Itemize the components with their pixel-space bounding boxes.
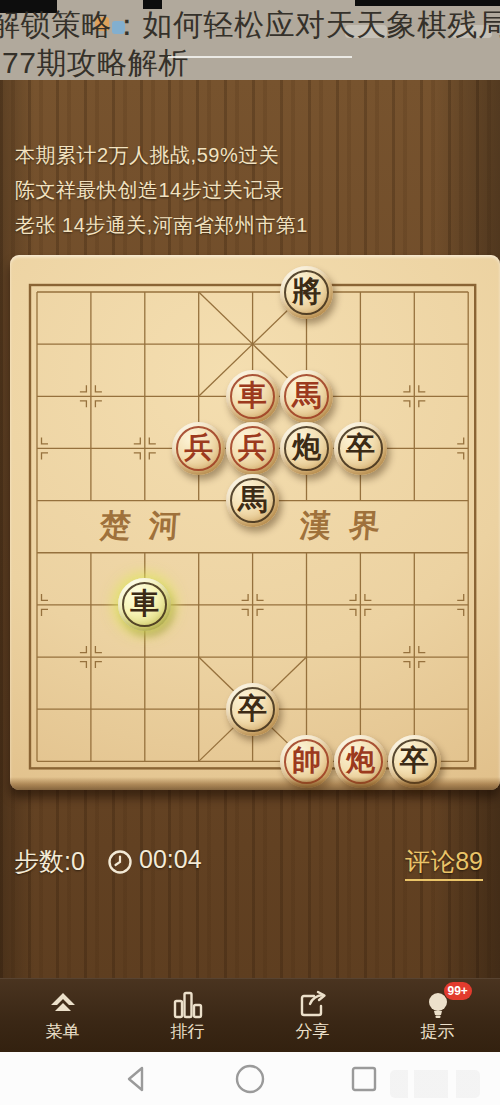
piece-character: 馬: [238, 485, 267, 514]
board-piece-black-8[interactable]: 車: [118, 578, 171, 631]
board-piece-red-1[interactable]: 車: [226, 370, 279, 423]
menu-arrow-icon: [46, 990, 80, 1020]
xiangqi-board-pieces: 將車馬兵兵炮卒馬車卒帥炮卒: [10, 255, 500, 790]
board-piece-red-11[interactable]: 炮: [334, 735, 387, 788]
piece-character: 炮: [292, 433, 321, 462]
page-title-line2: 77期攻略解析: [2, 43, 189, 84]
piece-character: 兵: [238, 433, 267, 462]
nav-label: 菜单: [46, 1023, 80, 1040]
move-counter: 步数:0: [14, 845, 85, 878]
board-piece-red-10[interactable]: 帥: [280, 735, 333, 788]
nav-label: 排行: [171, 1023, 205, 1040]
piece-character: 車: [238, 381, 267, 410]
piece-character: 炮: [346, 746, 375, 775]
board-piece-red-2[interactable]: 馬: [280, 370, 333, 423]
app-screen: 解锁策略：如何轻松应对天天象棋残局挑战第 77期攻略解析 本期累计2万人挑战,5…: [0, 0, 500, 1105]
board-piece-black-5[interactable]: 炮: [280, 422, 333, 475]
comments-link[interactable]: 评论89: [405, 845, 483, 881]
title-underline: [168, 56, 352, 58]
nav-label: 分享: [296, 1023, 330, 1040]
piece-character: 卒: [400, 746, 429, 775]
nav-item-hint[interactable]: 提示 99+: [375, 978, 500, 1052]
piece-character: 帥: [292, 746, 321, 775]
piece-character: 車: [130, 589, 159, 618]
piece-character: 卒: [238, 694, 267, 723]
nav-item-menu[interactable]: 菜单: [0, 978, 125, 1052]
board-piece-black-9[interactable]: 卒: [226, 683, 279, 736]
leaderboard-line: 老张 14步通关,河南省郑州市第1: [15, 212, 308, 239]
challenge-stats-line: 本期累计2万人挑战,59%过关: [15, 142, 279, 169]
piece-character: 將: [292, 277, 321, 306]
record-holder-line: 陈文祥最快创造14步过关记录: [15, 177, 284, 204]
board-piece-black-7[interactable]: 馬: [226, 474, 279, 527]
share-icon: [297, 990, 329, 1020]
board-piece-black-0[interactable]: 將: [280, 266, 333, 319]
piece-character: 卒: [346, 433, 375, 462]
board-piece-red-3[interactable]: 兵: [172, 422, 225, 475]
clock-icon: [107, 849, 133, 879]
nav-item-ranking[interactable]: 排行: [125, 978, 250, 1052]
board-piece-red-4[interactable]: 兵: [226, 422, 279, 475]
page-title-area: 解锁策略：如何轻松应对天天象棋残局挑战第 77期攻略解析: [0, 0, 500, 80]
android-recents-button[interactable]: [344, 1059, 384, 1099]
hint-count-badge: 99+: [444, 982, 472, 1000]
bottom-nav-bar: 菜单 排行 分享: [0, 978, 500, 1052]
android-back-button[interactable]: [116, 1059, 156, 1099]
piece-character: 兵: [184, 433, 213, 462]
nav-item-share[interactable]: 分享: [250, 978, 375, 1052]
bar-chart-icon: [171, 990, 205, 1020]
android-home-button[interactable]: [230, 1059, 270, 1099]
timer: 00:04: [139, 845, 202, 874]
xiangqi-board[interactable]: 楚河 漢界 將車馬兵兵炮卒馬車卒帥炮卒: [10, 255, 500, 790]
board-piece-black-6[interactable]: 卒: [334, 422, 387, 475]
board-piece-black-12[interactable]: 卒: [388, 735, 441, 788]
video-watermark: [390, 1070, 480, 1098]
page-title: 解锁策略：如何轻松应对天天象棋残局挑战第: [0, 5, 500, 46]
piece-character: 馬: [292, 381, 321, 410]
nav-label: 提示: [421, 1023, 455, 1040]
